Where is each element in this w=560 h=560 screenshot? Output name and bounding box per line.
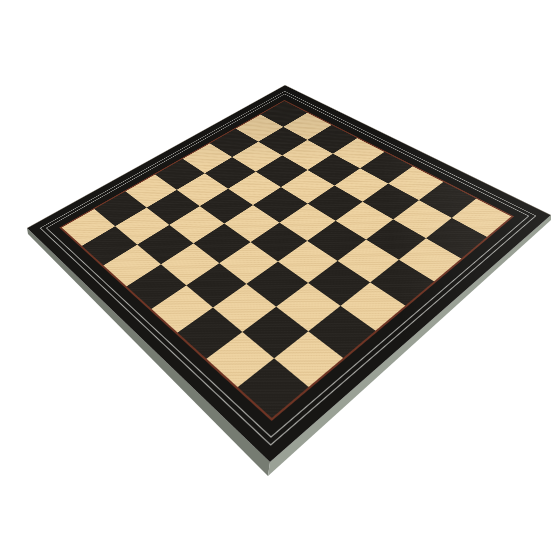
photo-canvas [0, 0, 560, 560]
